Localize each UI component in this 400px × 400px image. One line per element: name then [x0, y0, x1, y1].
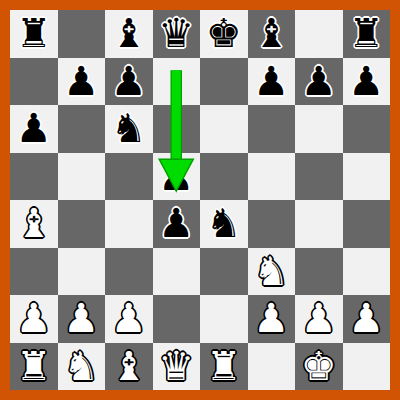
- piece-black-pawn[interactable]: ♟: [10, 105, 58, 153]
- square-e7[interactable]: [200, 58, 248, 106]
- piece-white-bishop[interactable]: ♝: [10, 200, 58, 248]
- square-a8[interactable]: ♜: [10, 10, 58, 58]
- square-h4[interactable]: [343, 200, 391, 248]
- piece-black-pawn[interactable]: ♟: [295, 58, 343, 106]
- piece-white-pawn[interactable]: ♟: [58, 295, 106, 343]
- square-h8[interactable]: ♜: [343, 10, 391, 58]
- piece-black-knight[interactable]: ♞: [105, 105, 153, 153]
- square-e8[interactable]: ♚: [200, 10, 248, 58]
- piece-black-pawn[interactable]: ♟: [153, 200, 201, 248]
- square-e4[interactable]: ♞: [200, 200, 248, 248]
- piece-white-pawn[interactable]: ♟: [295, 295, 343, 343]
- square-g1[interactable]: ♚: [295, 343, 343, 391]
- square-f7[interactable]: ♟: [248, 58, 296, 106]
- piece-black-bishop[interactable]: ♝: [105, 10, 153, 58]
- square-g5[interactable]: [295, 153, 343, 201]
- square-b7[interactable]: ♟: [58, 58, 106, 106]
- square-a5[interactable]: [10, 153, 58, 201]
- square-g3[interactable]: [295, 248, 343, 296]
- square-b2[interactable]: ♟: [58, 295, 106, 343]
- piece-white-pawn[interactable]: ♟: [10, 295, 58, 343]
- square-h6[interactable]: [343, 105, 391, 153]
- chess-board: ♜♝♛♚♝♜♟♟♟♟♟♟♞♟♝♟♞♞♟♟♟♟♟♟♜♞♝♛♜♚: [10, 10, 390, 390]
- square-a7[interactable]: [10, 58, 58, 106]
- square-c8[interactable]: ♝: [105, 10, 153, 58]
- square-e1[interactable]: ♜: [200, 343, 248, 391]
- piece-black-pawn[interactable]: ♟: [105, 58, 153, 106]
- square-c4[interactable]: [105, 200, 153, 248]
- square-b1[interactable]: ♞: [58, 343, 106, 391]
- piece-black-rook[interactable]: ♜: [10, 10, 58, 58]
- piece-white-bishop[interactable]: ♝: [105, 343, 153, 391]
- square-h7[interactable]: ♟: [343, 58, 391, 106]
- board-frame: ♜♝♛♚♝♜♟♟♟♟♟♟♞♟♝♟♞♞♟♟♟♟♟♟♜♞♝♛♜♚: [0, 0, 400, 400]
- square-d2[interactable]: [153, 295, 201, 343]
- square-a3[interactable]: [10, 248, 58, 296]
- square-h2[interactable]: ♟: [343, 295, 391, 343]
- square-d1[interactable]: ♛: [153, 343, 201, 391]
- square-f4[interactable]: [248, 200, 296, 248]
- square-e6[interactable]: [200, 105, 248, 153]
- piece-white-rook[interactable]: ♜: [10, 343, 58, 391]
- piece-black-rook[interactable]: ♜: [343, 10, 391, 58]
- square-d5[interactable]: ♟: [153, 153, 201, 201]
- square-b5[interactable]: [58, 153, 106, 201]
- piece-white-pawn[interactable]: ♟: [343, 295, 391, 343]
- square-b4[interactable]: [58, 200, 106, 248]
- square-c5[interactable]: [105, 153, 153, 201]
- piece-white-knight[interactable]: ♞: [248, 248, 296, 296]
- square-b3[interactable]: [58, 248, 106, 296]
- square-a6[interactable]: ♟: [10, 105, 58, 153]
- square-h5[interactable]: [343, 153, 391, 201]
- piece-black-bishop[interactable]: ♝: [248, 10, 296, 58]
- square-f3[interactable]: ♞: [248, 248, 296, 296]
- square-h1[interactable]: [343, 343, 391, 391]
- square-f1[interactable]: [248, 343, 296, 391]
- piece-white-pawn[interactable]: ♟: [248, 295, 296, 343]
- piece-black-pawn[interactable]: ♟: [248, 58, 296, 106]
- piece-black-queen[interactable]: ♛: [153, 10, 201, 58]
- piece-black-knight[interactable]: ♞: [200, 200, 248, 248]
- square-a2[interactable]: ♟: [10, 295, 58, 343]
- piece-white-rook[interactable]: ♜: [200, 343, 248, 391]
- square-g6[interactable]: [295, 105, 343, 153]
- square-b6[interactable]: [58, 105, 106, 153]
- square-f8[interactable]: ♝: [248, 10, 296, 58]
- piece-white-pawn[interactable]: ♟: [105, 295, 153, 343]
- square-c1[interactable]: ♝: [105, 343, 153, 391]
- square-a1[interactable]: ♜: [10, 343, 58, 391]
- square-d6[interactable]: [153, 105, 201, 153]
- square-e3[interactable]: [200, 248, 248, 296]
- piece-white-king[interactable]: ♚: [295, 343, 343, 391]
- piece-black-king[interactable]: ♚: [200, 10, 248, 58]
- square-d3[interactable]: [153, 248, 201, 296]
- square-e2[interactable]: [200, 295, 248, 343]
- square-d4[interactable]: ♟: [153, 200, 201, 248]
- piece-white-queen[interactable]: ♛: [153, 343, 201, 391]
- square-d7[interactable]: [153, 58, 201, 106]
- square-f5[interactable]: [248, 153, 296, 201]
- square-g8[interactable]: [295, 10, 343, 58]
- piece-black-pawn[interactable]: ♟: [153, 153, 201, 201]
- square-c7[interactable]: ♟: [105, 58, 153, 106]
- square-e5[interactable]: [200, 153, 248, 201]
- square-f6[interactable]: [248, 105, 296, 153]
- square-g7[interactable]: ♟: [295, 58, 343, 106]
- square-a4[interactable]: ♝: [10, 200, 58, 248]
- piece-white-knight[interactable]: ♞: [58, 343, 106, 391]
- square-d8[interactable]: ♛: [153, 10, 201, 58]
- square-b8[interactable]: [58, 10, 106, 58]
- square-h3[interactable]: [343, 248, 391, 296]
- square-g2[interactable]: ♟: [295, 295, 343, 343]
- square-c3[interactable]: [105, 248, 153, 296]
- piece-black-pawn[interactable]: ♟: [58, 58, 106, 106]
- piece-black-pawn[interactable]: ♟: [343, 58, 391, 106]
- square-g4[interactable]: [295, 200, 343, 248]
- square-c2[interactable]: ♟: [105, 295, 153, 343]
- square-f2[interactable]: ♟: [248, 295, 296, 343]
- square-c6[interactable]: ♞: [105, 105, 153, 153]
